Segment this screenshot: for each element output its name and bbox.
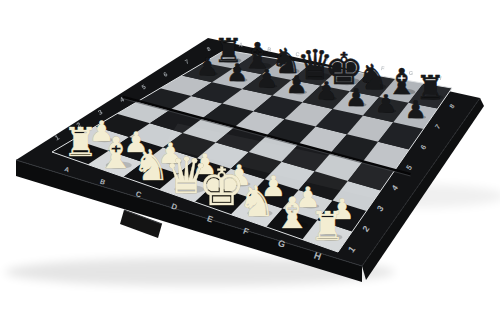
folding-magnetic-chessboard: ABCDEFGH1234567812345678ABCDEFGH♜♝♞♛♚♞♝♜… xyxy=(0,0,500,316)
white-knight-f1: ♞ xyxy=(238,177,276,226)
chess-set-product-photo: ABCDEFGH1234567812345678ABCDEFGH♜♝♞♛♚♞♝♜… xyxy=(0,0,500,316)
white-rook-h1: ♜ xyxy=(310,203,346,249)
black-pawn-d7: ♟ xyxy=(286,70,308,99)
black-pawn-c7: ♟ xyxy=(256,64,278,93)
black-pawn-f7: ♟ xyxy=(345,83,367,112)
white-bishop-g1: ♝ xyxy=(273,188,312,238)
black-pawn-b7: ♟ xyxy=(226,58,248,87)
white-bishop-b1: ♝ xyxy=(96,128,135,178)
black-pawn-h7: ♟ xyxy=(405,95,427,124)
black-pawn-e7: ♟ xyxy=(316,76,338,105)
black-pawn-a7: ♟ xyxy=(196,52,218,81)
white-rook-a1: ♜ xyxy=(63,119,99,165)
black-pawn-g7: ♟ xyxy=(375,89,397,118)
